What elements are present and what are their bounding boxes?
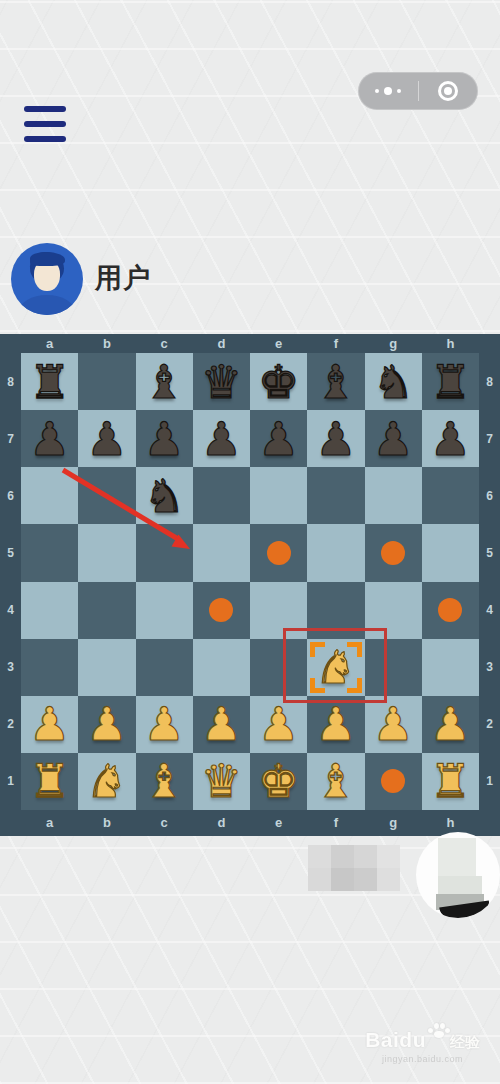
- rank-label-4: 4: [0, 582, 21, 639]
- square-g5[interactable]: [365, 524, 422, 581]
- file-label-h: h: [422, 335, 479, 353]
- rank-label-1: 1: [0, 753, 21, 810]
- rank-labels-left: 87654321: [0, 353, 21, 810]
- hamburger-menu-icon[interactable]: [24, 106, 66, 151]
- rank-label-1: 1: [479, 753, 500, 810]
- white-queen-d1[interactable]: ♛: [193, 753, 250, 810]
- rank-label-8: 8: [0, 353, 21, 410]
- square-e6[interactable]: [250, 467, 307, 524]
- square-c4[interactable]: [136, 582, 193, 639]
- black-queen-d8[interactable]: ♛: [193, 353, 250, 410]
- white-pawn-g2[interactable]: ♟: [365, 696, 422, 753]
- rank-label-2: 2: [0, 696, 21, 753]
- file-label-g: g: [365, 335, 422, 353]
- black-pawn-a7[interactable]: ♟: [21, 410, 78, 467]
- rank-labels-right: 87654321: [479, 353, 500, 810]
- square-g7[interactable]: ♟: [365, 410, 422, 467]
- white-pawn-d2[interactable]: ♟: [193, 696, 250, 753]
- rank-label-5: 5: [0, 524, 21, 581]
- rank-label-6: 6: [0, 467, 21, 524]
- file-label-e: e: [250, 812, 307, 836]
- square-f8[interactable]: ♝: [307, 353, 364, 410]
- white-rook-a1[interactable]: ♜: [21, 753, 78, 810]
- file-label-f: f: [307, 335, 364, 353]
- board-squares: ♜♝♛♚♝♞♜♟♟♟♟♟♟♟♟♞♞♟♟♟♟♟♟♟♟♜♞♝♛♚♝♜: [21, 353, 479, 810]
- square-b1[interactable]: ♞: [78, 753, 135, 810]
- file-label-b: b: [78, 335, 135, 353]
- rank-label-4: 4: [479, 582, 500, 639]
- square-c1[interactable]: ♝: [136, 753, 193, 810]
- square-a2[interactable]: ♟: [21, 696, 78, 753]
- square-f7[interactable]: ♟: [307, 410, 364, 467]
- player-name: 用户: [95, 260, 151, 296]
- square-b4[interactable]: [78, 582, 135, 639]
- square-h7[interactable]: ♟: [422, 410, 479, 467]
- watermark-brand: Baidu: [365, 1028, 426, 1052]
- black-pawn-c7[interactable]: ♟: [136, 410, 193, 467]
- square-e5[interactable]: [250, 524, 307, 581]
- rank-label-6: 6: [479, 467, 500, 524]
- blurred-opponent-avatar: [416, 832, 500, 918]
- rank-label-8: 8: [479, 353, 500, 410]
- white-pawn-h2[interactable]: ♟: [422, 696, 479, 753]
- white-bishop-c1[interactable]: ♝: [136, 753, 193, 810]
- move-hint-dot-h4[interactable]: [438, 598, 462, 622]
- square-f5[interactable]: [307, 524, 364, 581]
- square-d7[interactable]: ♟: [193, 410, 250, 467]
- white-pawn-c2[interactable]: ♟: [136, 696, 193, 753]
- black-bishop-f8[interactable]: ♝: [307, 353, 364, 410]
- white-pawn-e2[interactable]: ♟: [250, 696, 307, 753]
- square-h4[interactable]: [422, 582, 479, 639]
- square-f1[interactable]: ♝: [307, 753, 364, 810]
- square-a7[interactable]: ♟: [21, 410, 78, 467]
- square-b8[interactable]: [78, 353, 135, 410]
- blurred-opponent-name: [308, 845, 400, 891]
- square-c3[interactable]: [136, 639, 193, 696]
- white-pawn-a2[interactable]: ♟: [21, 696, 78, 753]
- black-king-e8[interactable]: ♚: [250, 353, 307, 410]
- white-pawn-f2[interactable]: ♟: [307, 696, 364, 753]
- black-pawn-g7[interactable]: ♟: [365, 410, 422, 467]
- rank-label-3: 3: [0, 639, 21, 696]
- square-a6[interactable]: [21, 467, 78, 524]
- move-hint-dot-g1[interactable]: [381, 769, 405, 793]
- tutorial-rect-annotation: [283, 628, 387, 703]
- square-h3[interactable]: [422, 639, 479, 696]
- square-c2[interactable]: ♟: [136, 696, 193, 753]
- black-pawn-e7[interactable]: ♟: [250, 410, 307, 467]
- file-label-c: c: [136, 335, 193, 353]
- square-d1[interactable]: ♛: [193, 753, 250, 810]
- square-b3[interactable]: [78, 639, 135, 696]
- file-labels-top: abcdefgh: [21, 335, 479, 353]
- black-rook-a8[interactable]: ♜: [21, 353, 78, 410]
- rank-label-5: 5: [479, 524, 500, 581]
- file-label-b: b: [78, 812, 135, 836]
- square-h2[interactable]: ♟: [422, 696, 479, 753]
- black-pawn-b7[interactable]: ♟: [78, 410, 135, 467]
- square-h5[interactable]: [422, 524, 479, 581]
- square-c8[interactable]: ♝: [136, 353, 193, 410]
- square-b7[interactable]: ♟: [78, 410, 135, 467]
- square-g1[interactable]: [365, 753, 422, 810]
- watermark-suffix: 经验: [450, 1033, 480, 1052]
- square-h1[interactable]: ♜: [422, 753, 479, 810]
- square-a1[interactable]: ♜: [21, 753, 78, 810]
- black-knight-c6[interactable]: ♞: [136, 467, 193, 524]
- black-knight-g8[interactable]: ♞: [365, 353, 422, 410]
- square-f6[interactable]: [307, 467, 364, 524]
- rank-label-3: 3: [479, 639, 500, 696]
- black-pawn-f7[interactable]: ♟: [307, 410, 364, 467]
- square-d6[interactable]: [193, 467, 250, 524]
- file-label-f: f: [307, 812, 364, 836]
- file-label-g: g: [365, 812, 422, 836]
- rank-label-2: 2: [479, 696, 500, 753]
- square-c5[interactable]: [136, 524, 193, 581]
- white-knight-b1[interactable]: ♞: [78, 753, 135, 810]
- square-d8[interactable]: ♛: [193, 353, 250, 410]
- square-h6[interactable]: [422, 467, 479, 524]
- file-label-d: d: [193, 335, 250, 353]
- white-king-e1[interactable]: ♚: [250, 753, 307, 810]
- square-c7[interactable]: ♟: [136, 410, 193, 467]
- target-circle-icon: [438, 81, 458, 101]
- white-bishop-f1[interactable]: ♝: [307, 753, 364, 810]
- chess-board: abcdefgh 87654321 87654321 ♜♝♛♚♝♞♜♟♟♟♟♟♟…: [0, 334, 500, 836]
- rank-label-7: 7: [479, 410, 500, 467]
- file-label-c: c: [136, 812, 193, 836]
- square-h8[interactable]: ♜: [422, 353, 479, 410]
- black-pawn-d7[interactable]: ♟: [193, 410, 250, 467]
- square-b2[interactable]: ♟: [78, 696, 135, 753]
- square-a3[interactable]: [21, 639, 78, 696]
- close-button[interactable]: [419, 72, 479, 110]
- black-bishop-c8[interactable]: ♝: [136, 353, 193, 410]
- more-button[interactable]: [358, 72, 418, 110]
- square-e1[interactable]: ♚: [250, 753, 307, 810]
- file-labels-bottom: abcdefgh: [21, 812, 479, 836]
- square-c6[interactable]: ♞: [136, 467, 193, 524]
- miniprogram-capsule: [358, 72, 478, 110]
- move-hint-dot-e5[interactable]: [267, 541, 291, 565]
- square-g8[interactable]: ♞: [365, 353, 422, 410]
- square-d4[interactable]: [193, 582, 250, 639]
- square-e8[interactable]: ♚: [250, 353, 307, 410]
- baidu-jingyan-watermark: Baidu 经验 jingyan.baidu.com: [365, 1022, 480, 1064]
- square-a8[interactable]: ♜: [21, 353, 78, 410]
- black-rook-h8[interactable]: ♜: [422, 353, 479, 410]
- square-b6[interactable]: [78, 467, 135, 524]
- square-d5[interactable]: [193, 524, 250, 581]
- file-label-a: a: [21, 812, 78, 836]
- file-label-e: e: [250, 335, 307, 353]
- paw-icon: [428, 1022, 450, 1040]
- ellipsis-icon: [375, 87, 401, 95]
- square-g6[interactable]: [365, 467, 422, 524]
- square-e7[interactable]: ♟: [250, 410, 307, 467]
- file-label-d: d: [193, 812, 250, 836]
- rank-label-7: 7: [0, 410, 21, 467]
- move-hint-dot-g5[interactable]: [381, 541, 405, 565]
- white-rook-h1[interactable]: ♜: [422, 753, 479, 810]
- square-g2[interactable]: ♟: [365, 696, 422, 753]
- square-d3[interactable]: [193, 639, 250, 696]
- watermark-subtext: jingyan.baidu.com: [365, 1054, 480, 1064]
- player-avatar: [11, 243, 83, 315]
- square-e2[interactable]: ♟: [250, 696, 307, 753]
- move-hint-dot-d4[interactable]: [209, 598, 233, 622]
- square-a5[interactable]: [21, 524, 78, 581]
- white-pawn-b2[interactable]: ♟: [78, 696, 135, 753]
- file-label-a: a: [21, 335, 78, 353]
- black-pawn-h7[interactable]: ♟: [422, 410, 479, 467]
- square-f2[interactable]: ♟: [307, 696, 364, 753]
- square-d2[interactable]: ♟: [193, 696, 250, 753]
- square-b5[interactable]: [78, 524, 135, 581]
- square-a4[interactable]: [21, 582, 78, 639]
